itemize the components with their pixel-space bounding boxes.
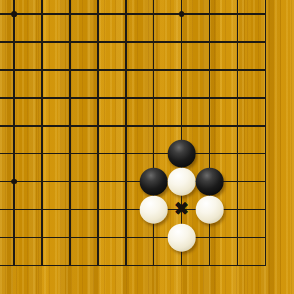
grid-line-horizontal	[0, 181, 266, 183]
grid-line-horizontal	[0, 237, 266, 239]
star-point	[179, 11, 185, 17]
grid-line-vertical	[13, 0, 15, 266]
grid-line-horizontal	[0, 209, 266, 211]
grid-line-horizontal	[0, 13, 266, 15]
star-point	[11, 11, 17, 17]
stone-glyph: ●	[173, 144, 190, 164]
grid-line-horizontal	[0, 41, 266, 43]
grid-line-vertical	[153, 0, 155, 266]
grid-line-vertical	[69, 0, 71, 266]
stone-glyph: ○	[201, 200, 218, 220]
white-stone: ○	[167, 167, 196, 196]
grid-line-vertical	[97, 0, 99, 266]
stone-glyph: ○	[173, 228, 190, 248]
black-stone: ●	[167, 139, 196, 168]
stone-glyph: ○	[145, 200, 162, 220]
grid-line-vertical	[209, 0, 211, 266]
black-stone: ●	[195, 167, 224, 196]
x-mark-point[interactable]: ✖	[168, 196, 196, 224]
grid-line-horizontal	[0, 69, 266, 71]
grid-line-vertical	[41, 0, 43, 266]
star-point	[11, 179, 17, 185]
stone-glyph: ●	[145, 172, 162, 192]
grid-line-vertical	[125, 0, 127, 266]
grid-line-horizontal	[0, 97, 266, 99]
grid-line-horizontal	[0, 153, 266, 155]
stone-glyph: ●	[201, 172, 218, 192]
white-stone: ○	[167, 223, 196, 252]
grid-line-vertical	[265, 0, 267, 266]
stone-glyph: ○	[173, 172, 190, 192]
white-stone: ○	[139, 195, 168, 224]
go-board[interactable]: ●●○●○✖○○	[0, 0, 294, 294]
black-stone: ●	[139, 167, 168, 196]
grid-line-horizontal	[0, 125, 266, 127]
grid-line-horizontal	[0, 265, 266, 267]
grid-line-vertical	[237, 0, 239, 266]
white-stone: ○	[195, 195, 224, 224]
